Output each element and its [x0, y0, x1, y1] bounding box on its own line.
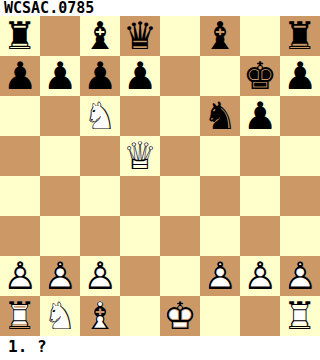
black-bishop[interactable]: ♝: [203, 17, 237, 55]
square-g4[interactable]: [240, 176, 280, 216]
square-f3[interactable]: [200, 216, 240, 256]
chess-board: ♜♝♛♝♜♟♟♟♟♚♟♞♘♞♟♛♕♟♙♟♙♟♙♟♙♟♙♟♙♜♖♞♘♝♗♚♔♜♖: [0, 16, 320, 336]
black-bishop[interactable]: ♝: [83, 17, 117, 55]
square-d2[interactable]: [120, 256, 160, 296]
white-piece-outline: ♖: [3, 296, 37, 336]
black-pawn[interactable]: ♟: [83, 57, 117, 95]
black-pawn[interactable]: ♟: [43, 57, 77, 95]
white-queen[interactable]: ♛♕: [123, 137, 157, 175]
square-h1[interactable]: ♜♖: [280, 296, 320, 336]
square-e8[interactable]: [160, 16, 200, 56]
black-pawn[interactable]: ♟: [123, 57, 157, 95]
square-d3[interactable]: [120, 216, 160, 256]
white-pawn[interactable]: ♟♙: [243, 257, 277, 295]
black-knight[interactable]: ♞: [203, 97, 237, 135]
white-pawn[interactable]: ♟♙: [203, 257, 237, 295]
square-c5[interactable]: [80, 136, 120, 176]
black-pawn[interactable]: ♟: [283, 57, 317, 95]
white-knight[interactable]: ♞♘: [83, 97, 117, 135]
square-d1[interactable]: [120, 296, 160, 336]
white-rook[interactable]: ♜♖: [283, 297, 317, 335]
white-rook[interactable]: ♜♖: [3, 297, 37, 335]
square-g3[interactable]: [240, 216, 280, 256]
square-e1[interactable]: ♚♔: [160, 296, 200, 336]
white-piece-outline: ♕: [123, 136, 157, 176]
puzzle-id: WCSAC.0785: [0, 0, 320, 16]
black-queen[interactable]: ♛: [123, 17, 157, 55]
square-c3[interactable]: [80, 216, 120, 256]
white-piece-outline: ♙: [283, 256, 317, 296]
black-king[interactable]: ♚: [243, 57, 277, 95]
square-e2[interactable]: [160, 256, 200, 296]
white-piece-outline: ♗: [83, 296, 117, 336]
white-piece-outline: ♔: [163, 296, 197, 336]
square-h5[interactable]: [280, 136, 320, 176]
square-c4[interactable]: [80, 176, 120, 216]
square-h6[interactable]: [280, 96, 320, 136]
square-b2[interactable]: ♟♙: [40, 256, 80, 296]
square-e7[interactable]: [160, 56, 200, 96]
white-piece-outline: ♖: [283, 296, 317, 336]
square-b7[interactable]: ♟: [40, 56, 80, 96]
square-d5[interactable]: ♛♕: [120, 136, 160, 176]
square-f1[interactable]: [200, 296, 240, 336]
white-king[interactable]: ♚♔: [163, 297, 197, 335]
square-g8[interactable]: [240, 16, 280, 56]
white-piece-outline: ♘: [43, 296, 77, 336]
square-g6[interactable]: ♟: [240, 96, 280, 136]
square-h8[interactable]: ♜: [280, 16, 320, 56]
square-b6[interactable]: [40, 96, 80, 136]
black-pawn[interactable]: ♟: [243, 97, 277, 135]
square-b1[interactable]: ♞♘: [40, 296, 80, 336]
white-knight[interactable]: ♞♘: [43, 297, 77, 335]
square-a6[interactable]: [0, 96, 40, 136]
white-piece-outline: ♙: [243, 256, 277, 296]
square-h3[interactable]: [280, 216, 320, 256]
square-f7[interactable]: [200, 56, 240, 96]
white-piece-outline: ♙: [43, 256, 77, 296]
square-c1[interactable]: ♝♗: [80, 296, 120, 336]
square-f6[interactable]: ♞: [200, 96, 240, 136]
white-piece-outline: ♙: [203, 256, 237, 296]
square-g7[interactable]: ♚: [240, 56, 280, 96]
white-piece-outline: ♙: [83, 256, 117, 296]
white-piece-outline: ♙: [3, 256, 37, 296]
square-e6[interactable]: [160, 96, 200, 136]
square-c7[interactable]: ♟: [80, 56, 120, 96]
square-c6[interactable]: ♞♘: [80, 96, 120, 136]
square-d4[interactable]: [120, 176, 160, 216]
square-e4[interactable]: [160, 176, 200, 216]
square-c8[interactable]: ♝: [80, 16, 120, 56]
square-a7[interactable]: ♟: [0, 56, 40, 96]
square-g5[interactable]: [240, 136, 280, 176]
square-g2[interactable]: ♟♙: [240, 256, 280, 296]
black-rook[interactable]: ♜: [3, 17, 37, 55]
white-pawn[interactable]: ♟♙: [43, 257, 77, 295]
black-rook[interactable]: ♜: [283, 17, 317, 55]
square-a2[interactable]: ♟♙: [0, 256, 40, 296]
white-piece-outline: ♘: [83, 96, 117, 136]
move-prompt: 1. ?: [0, 336, 320, 360]
white-pawn[interactable]: ♟♙: [283, 257, 317, 295]
white-pawn[interactable]: ♟♙: [3, 257, 37, 295]
black-pawn[interactable]: ♟: [3, 57, 37, 95]
square-h4[interactable]: [280, 176, 320, 216]
square-f5[interactable]: [200, 136, 240, 176]
square-f8[interactable]: ♝: [200, 16, 240, 56]
square-h7[interactable]: ♟: [280, 56, 320, 96]
square-g1[interactable]: [240, 296, 280, 336]
square-f2[interactable]: ♟♙: [200, 256, 240, 296]
square-f4[interactable]: [200, 176, 240, 216]
square-b4[interactable]: [40, 176, 80, 216]
white-bishop[interactable]: ♝♗: [83, 297, 117, 335]
square-h2[interactable]: ♟♙: [280, 256, 320, 296]
square-a5[interactable]: [0, 136, 40, 176]
square-b5[interactable]: [40, 136, 80, 176]
square-b8[interactable]: [40, 16, 80, 56]
square-a8[interactable]: ♜: [0, 16, 40, 56]
square-c2[interactable]: ♟♙: [80, 256, 120, 296]
square-a1[interactable]: ♜♖: [0, 296, 40, 336]
square-b3[interactable]: [40, 216, 80, 256]
square-d8[interactable]: ♛: [120, 16, 160, 56]
square-e3[interactable]: [160, 216, 200, 256]
square-d6[interactable]: [120, 96, 160, 136]
white-pawn[interactable]: ♟♙: [83, 257, 117, 295]
square-d7[interactable]: ♟: [120, 56, 160, 96]
square-e5[interactable]: [160, 136, 200, 176]
square-a3[interactable]: [0, 216, 40, 256]
square-a4[interactable]: [0, 176, 40, 216]
